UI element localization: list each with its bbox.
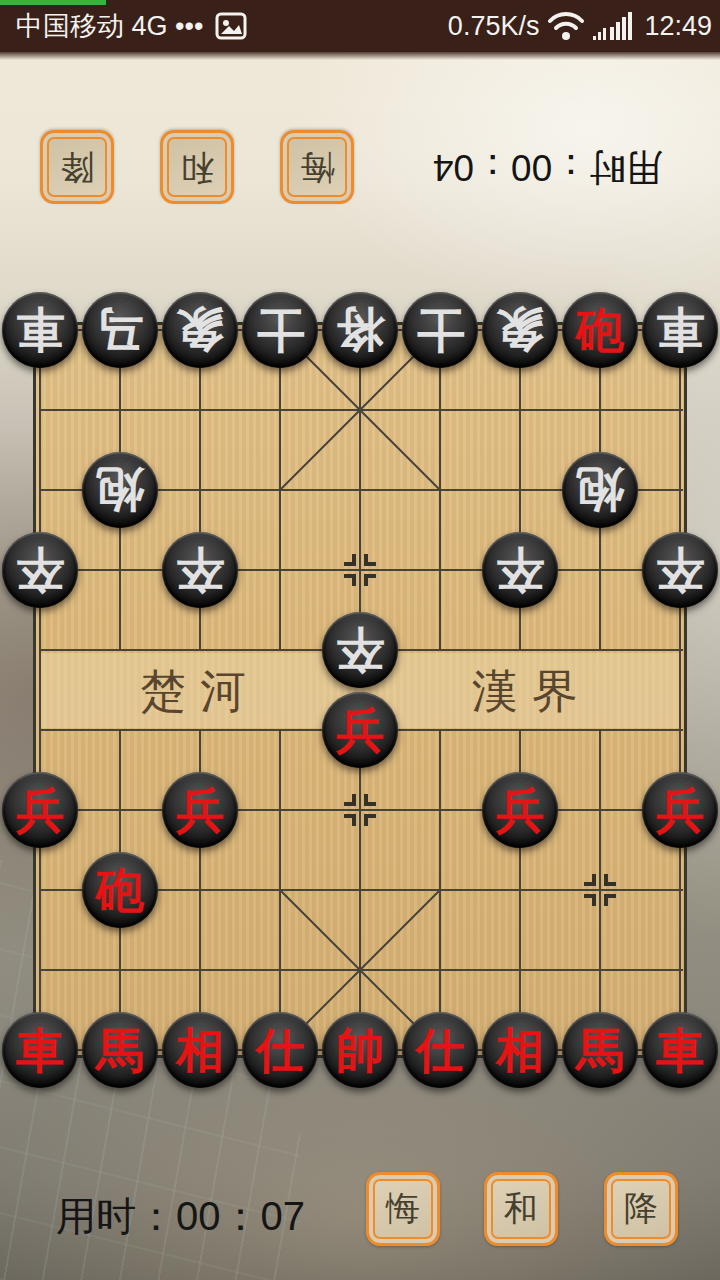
piece-black-general[interactable]: 将 bbox=[322, 292, 398, 368]
piece-red-advisor[interactable]: 仕 bbox=[242, 1012, 318, 1088]
opponent-undo-button[interactable]: 悔 bbox=[280, 130, 354, 204]
carrier-label: 中国移动 4G ••• bbox=[16, 8, 203, 44]
player-timer: 用时：00：07 bbox=[56, 1190, 305, 1242]
piece-glyph: 砲 bbox=[576, 292, 624, 368]
piece-glyph: 士 bbox=[256, 292, 304, 368]
piece-glyph: 車 bbox=[16, 1012, 64, 1088]
piece-red-horse[interactable]: 馬 bbox=[562, 1012, 638, 1088]
piece-glyph: 卒 bbox=[16, 532, 64, 608]
point-marker bbox=[584, 874, 616, 906]
piece-glyph: 車 bbox=[656, 292, 704, 368]
piece-black-soldier[interactable]: 卒 bbox=[2, 532, 78, 608]
clock-label: 12:49 bbox=[644, 11, 712, 42]
signal-icon bbox=[593, 11, 635, 41]
piece-black-advisor[interactable]: 士 bbox=[402, 292, 478, 368]
point-marker bbox=[344, 554, 376, 586]
piece-glyph: 兵 bbox=[496, 772, 544, 848]
opponent-resign-button[interactable]: 降 bbox=[40, 130, 114, 204]
piece-black-chariot[interactable]: 車 bbox=[642, 292, 718, 368]
piece-red-cannon[interactable]: 砲 bbox=[82, 852, 158, 928]
piece-glyph: 砲 bbox=[96, 852, 144, 928]
piece-glyph: 象 bbox=[496, 292, 544, 368]
piece-black-soldier[interactable]: 卒 bbox=[162, 532, 238, 608]
piece-black-soldier[interactable]: 卒 bbox=[642, 532, 718, 608]
piece-black-advisor[interactable]: 士 bbox=[242, 292, 318, 368]
piece-glyph: 炮 bbox=[96, 452, 144, 528]
piece-glyph: 兵 bbox=[656, 772, 704, 848]
piece-glyph: 象 bbox=[176, 292, 224, 368]
piece-glyph: 士 bbox=[416, 292, 464, 368]
piece-red-horse[interactable]: 馬 bbox=[82, 1012, 158, 1088]
piece-red-soldier[interactable]: 兵 bbox=[162, 772, 238, 848]
piece-red-elephant[interactable]: 相 bbox=[482, 1012, 558, 1088]
player-resign-button[interactable]: 降 bbox=[604, 1172, 678, 1246]
piece-glyph: 帥 bbox=[336, 1012, 384, 1088]
piece-red-elephant[interactable]: 相 bbox=[162, 1012, 238, 1088]
player-draw-button[interactable]: 和 bbox=[484, 1172, 558, 1246]
piece-black-elephant[interactable]: 象 bbox=[482, 292, 558, 368]
piece-glyph: 仕 bbox=[416, 1012, 464, 1088]
piece-red-soldier[interactable]: 兵 bbox=[2, 772, 78, 848]
piece-glyph: 卒 bbox=[176, 532, 224, 608]
piece-red-soldier[interactable]: 兵 bbox=[642, 772, 718, 848]
piece-glyph: 相 bbox=[176, 1012, 224, 1088]
piece-black-soldier[interactable]: 卒 bbox=[482, 532, 558, 608]
piece-black-cannon[interactable]: 炮 bbox=[562, 452, 638, 528]
piece-glyph: 車 bbox=[656, 1012, 704, 1088]
piece-red-cannon[interactable]: 砲 bbox=[562, 292, 638, 368]
xiangqi-board[interactable]: 楚河 漢界 bbox=[33, 322, 687, 1058]
player-undo-button[interactable]: 悔 bbox=[366, 1172, 440, 1246]
piece-glyph: 兵 bbox=[336, 692, 384, 768]
piece-red-general[interactable]: 帥 bbox=[322, 1012, 398, 1088]
piece-glyph: 車 bbox=[16, 292, 64, 368]
piece-glyph: 相 bbox=[496, 1012, 544, 1088]
piece-glyph: 卒 bbox=[496, 532, 544, 608]
piece-black-chariot[interactable]: 車 bbox=[2, 292, 78, 368]
piece-glyph: 馬 bbox=[576, 1012, 624, 1088]
piece-glyph: 将 bbox=[336, 292, 384, 368]
piece-glyph: 兵 bbox=[16, 772, 64, 848]
piece-red-soldier[interactable]: 兵 bbox=[322, 692, 398, 768]
piece-glyph: 马 bbox=[96, 292, 144, 368]
piece-red-chariot[interactable]: 車 bbox=[642, 1012, 718, 1088]
river-label-right: 漢界 bbox=[472, 661, 592, 723]
point-marker bbox=[344, 794, 376, 826]
piece-black-soldier[interactable]: 卒 bbox=[322, 612, 398, 688]
river-label-left: 楚河 bbox=[140, 661, 260, 723]
piece-black-cannon[interactable]: 炮 bbox=[82, 452, 158, 528]
opponent-timer: 用时：00：04 bbox=[400, 141, 696, 193]
image-icon bbox=[215, 12, 247, 40]
piece-glyph: 兵 bbox=[176, 772, 224, 848]
piece-glyph: 卒 bbox=[336, 612, 384, 688]
piece-black-elephant[interactable]: 象 bbox=[162, 292, 238, 368]
wifi-icon bbox=[548, 11, 584, 41]
piece-black-horse[interactable]: 马 bbox=[82, 292, 158, 368]
piece-red-soldier[interactable]: 兵 bbox=[482, 772, 558, 848]
piece-glyph: 仕 bbox=[256, 1012, 304, 1088]
piece-glyph: 炮 bbox=[576, 452, 624, 528]
piece-red-chariot[interactable]: 車 bbox=[2, 1012, 78, 1088]
piece-glyph: 卒 bbox=[656, 532, 704, 608]
status-bar: 中国移动 4G ••• 0.75K/s 12:49 bbox=[0, 0, 720, 52]
network-speed: 0.75K/s bbox=[448, 11, 540, 42]
opponent-draw-button[interactable]: 和 bbox=[160, 130, 234, 204]
piece-red-advisor[interactable]: 仕 bbox=[402, 1012, 478, 1088]
piece-glyph: 馬 bbox=[96, 1012, 144, 1088]
